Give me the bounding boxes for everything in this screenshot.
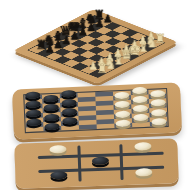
checker-piece-black	[44, 113, 59, 121]
checker-piece-white	[150, 90, 165, 98]
chess-piece-white: ♟	[120, 43, 132, 55]
chess-piece-white: ♟	[136, 34, 148, 46]
checker-piece-white	[115, 110, 130, 118]
chess-piece-white: ♟	[128, 38, 140, 50]
checker-piece-black	[62, 108, 77, 116]
checker-piece-white	[114, 92, 129, 100]
ttt-vertical-line-right	[119, 144, 123, 180]
checker-piece-white	[132, 86, 147, 94]
checkers-board	[12, 82, 182, 139]
checker-piece-white	[115, 101, 130, 109]
checker-piece-black	[43, 95, 58, 103]
chess-piece-black: ♟	[93, 17, 105, 29]
ttt-piece-white	[134, 142, 151, 151]
checker-piece-black	[26, 100, 41, 108]
chess-piece-white: ♟	[111, 47, 123, 59]
checker-piece-black	[25, 91, 40, 99]
ttt-piece-black	[92, 156, 109, 165]
checker-piece-white	[133, 105, 148, 113]
checker-piece-black	[26, 109, 41, 117]
ttt-piece-black	[50, 171, 67, 180]
tic-tac-toe-board	[14, 138, 178, 189]
checker-piece-white	[132, 96, 147, 104]
checker-piece-white	[116, 119, 131, 127]
ttt-piece-white	[49, 145, 66, 154]
checker-piece-black	[27, 119, 42, 127]
checker-piece-white	[151, 118, 166, 126]
checker-piece-white	[151, 109, 166, 117]
chess-board: ♜♞♝♛♚♝♞♜♟♟♟♟♟♟♟♟♟♟♟♟♟♟♟♟♜♞♝♛♚♝♞♜	[13, 9, 178, 84]
checker-piece-white	[150, 99, 165, 107]
chess-piece-black: ♟	[60, 34, 72, 46]
checker-piece-black	[44, 104, 59, 112]
checker-piece-black	[61, 99, 76, 107]
checker-piece-black	[45, 123, 60, 131]
ttt-piece-white	[135, 168, 152, 177]
checker-piece-white	[133, 114, 148, 122]
product-photo: ♜♞♝♛♚♝♞♜♟♟♟♟♟♟♟♟♟♟♟♟♟♟♟♟♜♞♝♛♚♝♞♜	[0, 0, 190, 190]
ttt-vertical-line-left	[77, 146, 81, 182]
checker-piece-black	[62, 117, 77, 125]
chess-grid: ♜♞♝♛♚♝♞♜♟♟♟♟♟♟♟♟♟♟♟♟♟♟♟♟♜♞♝♛♚♝♞♜	[28, 16, 164, 78]
checker-piece-black	[61, 89, 76, 97]
checkers-grid	[24, 89, 167, 132]
chess-piece-black: ♟	[85, 21, 97, 33]
